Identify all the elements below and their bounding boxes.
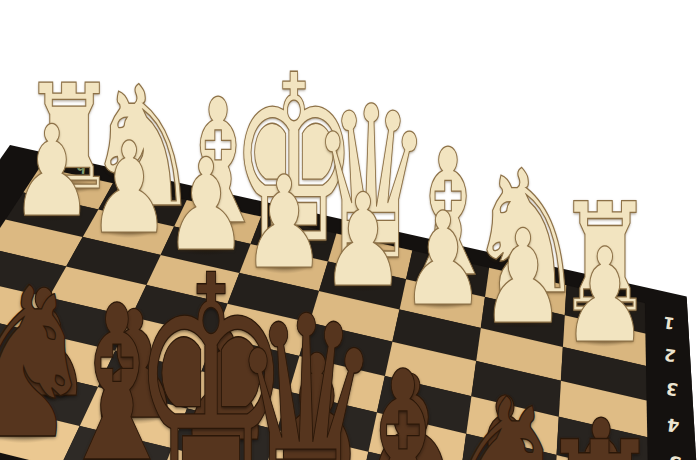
photo-stage: hgfedcba12345678 ♜♞♝♛♚♝♞♜♟♟♟♟♟♟♟♟♟♟♟♟♟♟♟… [0,0,700,460]
piece-white-pawn[interactable]: ♟ [546,231,663,361]
black-rook-icon: ♜ [537,417,662,460]
piece-black-rook[interactable]: ♜ [515,417,684,460]
white-pawn-icon: ♟ [561,231,647,361]
